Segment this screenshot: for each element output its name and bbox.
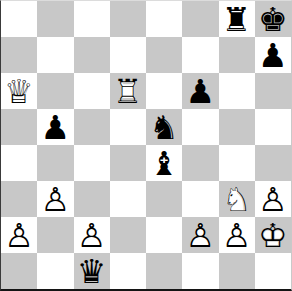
square-c4[interactable] <box>74 145 110 181</box>
square-f4[interactable] <box>182 145 218 181</box>
square-b7[interactable] <box>37 37 73 73</box>
white-knight-glyph: ♘ <box>219 181 255 217</box>
square-d4[interactable] <box>110 145 146 181</box>
white-pawn-glyph: ♙ <box>74 217 110 253</box>
white-queen-glyph: ♕ <box>1 73 37 109</box>
square-b8[interactable] <box>37 1 73 37</box>
white-pawn-glyph: ♙ <box>182 217 218 253</box>
square-b1[interactable] <box>37 253 73 289</box>
black-king-glyph: ♚ <box>255 1 291 37</box>
black-rook-glyph: ♜ <box>219 1 255 37</box>
square-g7[interactable] <box>219 37 255 73</box>
square-e7[interactable] <box>146 37 182 73</box>
black-bishop-glyph: ♝ <box>146 145 182 181</box>
square-f8[interactable] <box>182 1 218 37</box>
black-pawn-glyph: ♟ <box>37 109 73 145</box>
square-c1[interactable]: ♛ <box>74 253 110 289</box>
square-d1[interactable] <box>110 253 146 289</box>
square-b5[interactable]: ♟ <box>37 109 73 145</box>
white-pawn-glyph: ♙ <box>1 217 37 253</box>
square-h2[interactable]: ♚♔ <box>255 217 291 253</box>
square-g3[interactable]: ♞♘ <box>219 181 255 217</box>
piece-black-king: ♚ <box>255 1 291 37</box>
square-g2[interactable]: ♟♙ <box>219 217 255 253</box>
white-pawn-glyph: ♙ <box>255 181 291 217</box>
piece-white-pawn: ♟♙ <box>1 217 37 253</box>
square-a8[interactable] <box>1 1 37 37</box>
square-g1[interactable] <box>219 253 255 289</box>
square-d5[interactable] <box>110 109 146 145</box>
square-a1[interactable] <box>1 253 37 289</box>
square-c7[interactable] <box>74 37 110 73</box>
square-h3[interactable]: ♟♙ <box>255 181 291 217</box>
piece-white-pawn: ♟♙ <box>182 217 218 253</box>
piece-white-king: ♚♔ <box>255 217 291 253</box>
piece-white-knight: ♞♘ <box>219 181 255 217</box>
square-h4[interactable] <box>255 145 291 181</box>
square-d3[interactable] <box>110 181 146 217</box>
square-g5[interactable] <box>219 109 255 145</box>
black-pawn-glyph: ♟ <box>255 37 291 73</box>
square-e1[interactable] <box>146 253 182 289</box>
piece-black-knight: ♞ <box>146 109 182 145</box>
piece-white-pawn: ♟♙ <box>219 217 255 253</box>
white-pawn-glyph: ♙ <box>37 181 73 217</box>
square-h8[interactable]: ♚ <box>255 1 291 37</box>
piece-white-rook: ♜♖ <box>110 73 146 109</box>
square-e5[interactable]: ♞ <box>146 109 182 145</box>
square-f5[interactable] <box>182 109 218 145</box>
white-king-glyph: ♔ <box>255 217 291 253</box>
square-b6[interactable] <box>37 73 73 109</box>
piece-black-rook: ♜ <box>219 1 255 37</box>
square-b2[interactable] <box>37 217 73 253</box>
black-queen-glyph: ♛ <box>74 253 110 289</box>
square-a3[interactable] <box>1 181 37 217</box>
square-a2[interactable]: ♟♙ <box>1 217 37 253</box>
square-c6[interactable] <box>74 73 110 109</box>
square-f1[interactable] <box>182 253 218 289</box>
square-f3[interactable] <box>182 181 218 217</box>
square-e6[interactable] <box>146 73 182 109</box>
square-g4[interactable] <box>219 145 255 181</box>
square-f2[interactable]: ♟♙ <box>182 217 218 253</box>
piece-black-bishop: ♝ <box>146 145 182 181</box>
square-g6[interactable] <box>219 73 255 109</box>
square-h6[interactable] <box>255 73 291 109</box>
square-h5[interactable] <box>255 109 291 145</box>
square-d6[interactable]: ♜♖ <box>110 73 146 109</box>
square-d2[interactable] <box>110 217 146 253</box>
piece-black-queen: ♛ <box>74 253 110 289</box>
square-e3[interactable] <box>146 181 182 217</box>
square-f7[interactable] <box>182 37 218 73</box>
chess-board: ♜♚♟♛♕♜♖♟♟♞♝♟♙♞♘♟♙♟♙♟♙♟♙♟♙♚♔♛ <box>0 0 292 291</box>
square-b3[interactable]: ♟♙ <box>37 181 73 217</box>
piece-black-pawn: ♟ <box>37 109 73 145</box>
square-e8[interactable] <box>146 1 182 37</box>
piece-white-pawn: ♟♙ <box>255 181 291 217</box>
square-e2[interactable] <box>146 217 182 253</box>
black-pawn-glyph: ♟ <box>182 73 218 109</box>
piece-white-pawn: ♟♙ <box>74 217 110 253</box>
square-h1[interactable] <box>255 253 291 289</box>
square-c2[interactable]: ♟♙ <box>74 217 110 253</box>
square-f6[interactable]: ♟ <box>182 73 218 109</box>
square-c5[interactable] <box>74 109 110 145</box>
black-knight-glyph: ♞ <box>146 109 182 145</box>
square-a7[interactable] <box>1 37 37 73</box>
square-c8[interactable] <box>74 1 110 37</box>
square-a5[interactable] <box>1 109 37 145</box>
piece-white-queen: ♛♕ <box>1 73 37 109</box>
white-rook-glyph: ♖ <box>110 73 146 109</box>
white-pawn-glyph: ♙ <box>219 217 255 253</box>
piece-white-pawn: ♟♙ <box>37 181 73 217</box>
piece-black-pawn: ♟ <box>255 37 291 73</box>
square-d7[interactable] <box>110 37 146 73</box>
square-b4[interactable] <box>37 145 73 181</box>
piece-black-pawn: ♟ <box>182 73 218 109</box>
square-a4[interactable] <box>1 145 37 181</box>
square-a6[interactable]: ♛♕ <box>1 73 37 109</box>
square-h7[interactable]: ♟ <box>255 37 291 73</box>
square-g8[interactable]: ♜ <box>219 1 255 37</box>
square-d8[interactable] <box>110 1 146 37</box>
square-e4[interactable]: ♝ <box>146 145 182 181</box>
square-c3[interactable] <box>74 181 110 217</box>
